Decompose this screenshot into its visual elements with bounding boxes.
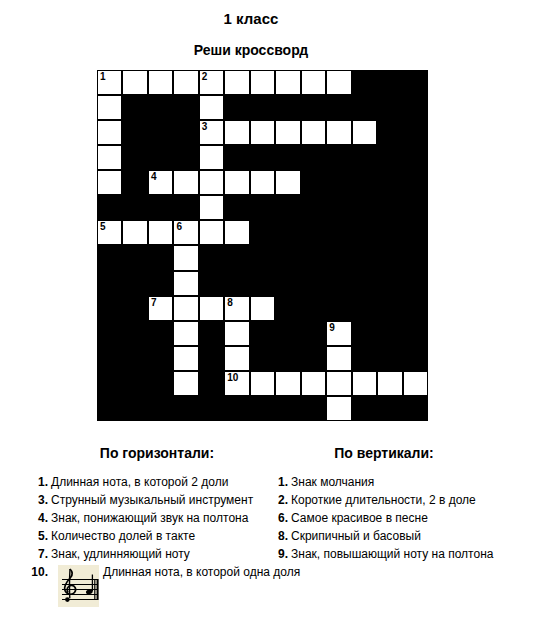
grid-cell-black (326, 245, 351, 270)
clue-item: 2.Короткие длительности, 2 в доле (270, 491, 532, 509)
grid-cell[interactable] (352, 371, 377, 396)
grid-cell-black (275, 95, 300, 120)
grid-cell-black (173, 145, 198, 170)
clue-item: 9.Знак, повышающий ноту на полтона (270, 545, 532, 563)
grid-cell[interactable] (199, 296, 224, 321)
clue-text: Короткие длительности, 2 в доле (291, 491, 476, 509)
clue-item: 7.Знак, удлинняющий ноту (30, 545, 278, 563)
grid-clue-number: 2 (202, 71, 208, 82)
crossword-grid: 12345678910 (97, 70, 428, 421)
grid-cell[interactable] (97, 95, 122, 120)
grid-cell[interactable] (403, 371, 428, 396)
grid-cell-black (377, 170, 402, 195)
grid-cell[interactable] (148, 220, 173, 245)
grid-cell-black (250, 396, 275, 421)
clue-number-label: 3. (30, 491, 48, 509)
grid-cell-black (97, 346, 122, 371)
grid-cell-black (275, 296, 300, 321)
grid-cell[interactable] (250, 371, 275, 396)
grid-cell[interactable]: 1 (97, 70, 122, 95)
grid-clue-number: 3 (202, 121, 208, 132)
grid-cell[interactable] (199, 170, 224, 195)
grid-cell[interactable]: 5 (97, 220, 122, 245)
clue-number-label: 2. (270, 491, 288, 509)
grid-cell-black (352, 145, 377, 170)
clue-number-label: 5. (30, 527, 48, 545)
grid-cell-black (275, 346, 300, 371)
grid-cell-black (148, 195, 173, 220)
grid-cell[interactable] (173, 296, 198, 321)
clue-item: 6.Самое красивое в песне (270, 509, 532, 527)
grid-cell[interactable] (250, 170, 275, 195)
grid-cell-black (377, 70, 402, 95)
clue-text: Знак, удлинняющий ноту (51, 545, 190, 563)
clue-text: Количество долей в такте (51, 527, 195, 545)
grid-cell-black (148, 271, 173, 296)
grid-cell[interactable] (224, 321, 249, 346)
grid-cell-black (275, 195, 300, 220)
grid-cell[interactable] (97, 170, 122, 195)
grid-cell[interactable] (250, 296, 275, 321)
grid-cell-black (199, 245, 224, 270)
grid-cell-black (352, 396, 377, 421)
grid-cell-black (275, 271, 300, 296)
grid-cell[interactable] (224, 120, 249, 145)
grid-cell-black (122, 296, 147, 321)
grid-cell-black (301, 245, 326, 270)
clue-number-label: 9. (270, 545, 288, 563)
grid-cell-black (148, 371, 173, 396)
barline-thick-icon (97, 579, 99, 600)
grid-clue-number: 5 (100, 221, 106, 232)
grid-cell-black (122, 170, 147, 195)
grid-cell-black (326, 145, 351, 170)
down-clues-list: 1.Знак молчания2.Короткие длительности, … (270, 473, 532, 563)
grid-cell[interactable] (199, 95, 224, 120)
grid-cell[interactable] (275, 120, 300, 145)
grid-cell-black (275, 245, 300, 270)
grid-cell-black (403, 271, 428, 296)
grid-cell[interactable] (377, 371, 402, 396)
grid-cell-black (377, 245, 402, 270)
grid-cell-black (148, 245, 173, 270)
grid-cell-black (352, 95, 377, 120)
across-clues-list: 1.Длинная нота, в которой 2 доли3.Струнн… (30, 473, 278, 607)
grid-cell-black (403, 245, 428, 270)
grid-cell[interactable] (199, 145, 224, 170)
grid-clue-number: 10 (227, 372, 238, 383)
grid-cell[interactable] (326, 346, 351, 371)
grid-cell-black (301, 346, 326, 371)
grid-cell-black (377, 271, 402, 296)
grid-cell-black (403, 70, 428, 95)
clue-text: Знак молчания (291, 473, 374, 491)
grid-cell[interactable] (224, 346, 249, 371)
grid-cell[interactable]: 2 (199, 70, 224, 95)
grid-cell-black (224, 245, 249, 270)
grid-cell-black (326, 220, 351, 245)
grid-cell-black (377, 120, 402, 145)
page-title: 1 класс (0, 10, 502, 27)
grid-cell-black (377, 220, 402, 245)
clue-text: Струнный музыкальный инструмент (51, 491, 253, 509)
grid-cell-black (199, 321, 224, 346)
grid-cell-black (250, 145, 275, 170)
grid-cell-black (403, 120, 428, 145)
grid-cell-black (301, 296, 326, 321)
grid-cell-black (250, 245, 275, 270)
grid-cell[interactable] (326, 396, 351, 421)
clue-item: 4.Знак, понижающий звук на полтона (30, 509, 278, 527)
grid-cell[interactable] (97, 120, 122, 145)
grid-cell-black (352, 70, 377, 95)
grid-cell-black (352, 271, 377, 296)
clue-item: 1.Длинная нота, в которой 2 доли (30, 473, 278, 491)
grid-cell[interactable] (173, 245, 198, 270)
grid-clue-number: 9 (329, 322, 335, 333)
grid-cell-black (275, 396, 300, 421)
grid-cell-black (352, 346, 377, 371)
grid-cell-black (352, 321, 377, 346)
grid-cell-black (97, 296, 122, 321)
grid-cell-black (97, 371, 122, 396)
grid-cell-black (122, 371, 147, 396)
grid-cell-black (224, 195, 249, 220)
grid-cell[interactable] (275, 70, 300, 95)
clue-text: Знак, повышающий ноту на полтона (291, 545, 493, 563)
clue-text: Знак, понижающий звук на полтона (51, 509, 248, 527)
grid-cell[interactable] (173, 70, 198, 95)
grid-cell[interactable] (173, 371, 198, 396)
grid-cell-black (173, 120, 198, 145)
grid-cell-black (148, 396, 173, 421)
grid-cell-black (326, 170, 351, 195)
grid-cell[interactable] (275, 371, 300, 396)
grid-cell[interactable] (148, 70, 173, 95)
grid-cell-black (352, 220, 377, 245)
grid-cell-black (97, 245, 122, 270)
grid-cell-black (122, 321, 147, 346)
grid-cell[interactable] (173, 271, 198, 296)
grid-cell[interactable] (199, 220, 224, 245)
grid-cell[interactable]: 4 (148, 170, 173, 195)
grid-cell-black (301, 220, 326, 245)
grid-cell[interactable]: 10 (224, 371, 249, 396)
grid-cell[interactable] (250, 70, 275, 95)
clue-item: 8.Скрипичный и басовый (270, 527, 532, 545)
grid-cell-black (199, 396, 224, 421)
clue-number-label: 6. (270, 509, 288, 527)
grid-cell-black (326, 271, 351, 296)
clue-text: Длинная нота, в которой 2 доли (51, 473, 228, 491)
grid-cell-black (122, 95, 147, 120)
clue-item: 10. Длинная нота, в которой одна доля (30, 563, 278, 607)
grid-cell[interactable] (352, 120, 377, 145)
grid-cell-black (275, 220, 300, 245)
grid-cell-black (250, 95, 275, 120)
grid-cell[interactable] (122, 70, 147, 95)
grid-cell-black (122, 396, 147, 421)
grid-cell-black (326, 195, 351, 220)
grid-cell-black (224, 396, 249, 421)
grid-cell[interactable]: 9 (326, 321, 351, 346)
grid-cell-black (148, 321, 173, 346)
grid-cell-black (403, 95, 428, 120)
grid-cell-black (250, 321, 275, 346)
grid-cell-black (377, 95, 402, 120)
grid-cell-black (122, 271, 147, 296)
clue-number-label: 7. (30, 545, 48, 563)
clue-number-label: 10. (30, 563, 48, 581)
grid-cell[interactable] (173, 346, 198, 371)
grid-cell-black (352, 245, 377, 270)
grid-cell[interactable]: 3 (199, 120, 224, 145)
clue-item: 5.Количество долей в такте (30, 527, 278, 545)
clue-text: Длинная нота, в которой одна доля (103, 563, 300, 581)
grid-cell-black (377, 321, 402, 346)
treble-clef-note-image (58, 565, 99, 607)
grid-cell-black (403, 195, 428, 220)
grid-cell-black (97, 321, 122, 346)
grid-cell[interactable] (199, 195, 224, 220)
grid-cell-black (352, 195, 377, 220)
clue-item: 1.Знак молчания (270, 473, 532, 491)
grid-cell[interactable] (97, 145, 122, 170)
grid-cell-black (403, 145, 428, 170)
grid-cell-black (122, 195, 147, 220)
clue-text: Самое красивое в песне (291, 509, 428, 527)
clue-number-label: 1. (270, 473, 288, 491)
clue-number-label: 1. (30, 473, 48, 491)
grid-cell-black (301, 170, 326, 195)
grid-cell[interactable] (173, 170, 198, 195)
grid-cell[interactable] (224, 220, 249, 245)
grid-cell[interactable] (224, 170, 249, 195)
grid-cell-black (224, 95, 249, 120)
clue-number-label: 8. (270, 527, 288, 545)
grid-cell-black (377, 296, 402, 321)
grid-cell[interactable]: 6 (173, 220, 198, 245)
grid-cell-black (173, 396, 198, 421)
grid-clue-number: 6 (176, 221, 182, 232)
grid-cell-black (275, 321, 300, 346)
grid-cell[interactable] (326, 70, 351, 95)
grid-cell-black (122, 245, 147, 270)
grid-cell[interactable] (122, 220, 147, 245)
grid-clue-number: 4 (151, 171, 157, 182)
grid-cell[interactable]: 7 (148, 296, 173, 321)
grid-cell[interactable] (301, 371, 326, 396)
grid-cell-black (224, 271, 249, 296)
grid-cell-black (301, 271, 326, 296)
grid-cell[interactable] (275, 170, 300, 195)
grid-cell[interactable] (301, 70, 326, 95)
grid-cell-black (352, 296, 377, 321)
grid-cell-black (122, 346, 147, 371)
grid-cell-black (403, 296, 428, 321)
grid-cell-black (148, 145, 173, 170)
grid-cell-black (301, 321, 326, 346)
grid-cell-black (122, 120, 147, 145)
grid-cell-black (326, 95, 351, 120)
grid-cell-black (301, 195, 326, 220)
grid-cell-black (377, 145, 402, 170)
grid-cell-black (301, 396, 326, 421)
grid-cell-black (403, 396, 428, 421)
grid-cell-black (97, 271, 122, 296)
grid-cell-black (250, 220, 275, 245)
clue-item: 3.Струнный музыкальный инструмент (30, 491, 278, 509)
grid-cell[interactable] (326, 371, 351, 396)
grid-cell[interactable] (301, 120, 326, 145)
grid-cell-black (97, 195, 122, 220)
grid-cell-black (377, 396, 402, 421)
grid-cell-black (250, 346, 275, 371)
clue-text: Скрипичный и басовый (291, 527, 421, 545)
grid-cell-black (173, 95, 198, 120)
grid-cell-black (148, 95, 173, 120)
grid-cell-black (148, 346, 173, 371)
grid-cell-black (403, 220, 428, 245)
grid-cell-black (326, 296, 351, 321)
grid-cell-black (97, 396, 122, 421)
grid-cell-black (301, 95, 326, 120)
clue-number-label: 4. (30, 509, 48, 527)
grid-cell-black (224, 145, 249, 170)
grid-cell-black (173, 195, 198, 220)
grid-cell[interactable] (224, 70, 249, 95)
grid-cell-black (275, 145, 300, 170)
grid-cell-black (403, 170, 428, 195)
grid-cell-black (199, 346, 224, 371)
grid-clue-number: 1 (100, 71, 106, 82)
grid-cell-black (250, 195, 275, 220)
page-subtitle: Реши кроссворд (0, 42, 502, 58)
grid-cell-black (403, 346, 428, 371)
down-header: По вертикали: (284, 445, 484, 461)
grid-cell[interactable] (326, 120, 351, 145)
grid-clue-number: 8 (227, 297, 233, 308)
grid-cell[interactable] (250, 120, 275, 145)
grid-cell-black (199, 271, 224, 296)
grid-cell-black (377, 346, 402, 371)
grid-cell-black (122, 145, 147, 170)
grid-cell[interactable] (173, 321, 198, 346)
grid-cell-black (377, 195, 402, 220)
grid-cell-black (403, 321, 428, 346)
grid-cell-black (250, 271, 275, 296)
grid-cell[interactable]: 8 (224, 296, 249, 321)
grid-cell-black (301, 145, 326, 170)
grid-cell-black (199, 371, 224, 396)
grid-cell-black (352, 170, 377, 195)
grid-cell-black (148, 120, 173, 145)
across-header: По горизонтали: (57, 445, 257, 461)
grid-clue-number: 7 (151, 297, 157, 308)
